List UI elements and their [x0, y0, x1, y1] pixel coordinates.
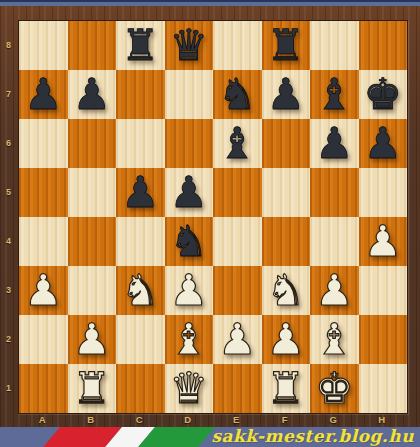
- black-knight: ♞: [218, 73, 257, 116]
- square-a6[interactable]: [19, 119, 68, 168]
- rank-label-8: 8: [0, 20, 17, 69]
- white-pawn: ♟: [315, 269, 354, 312]
- square-c3[interactable]: ♞: [116, 266, 165, 315]
- square-g5[interactable]: [310, 168, 359, 217]
- square-d1[interactable]: ♛: [165, 364, 214, 413]
- square-f1[interactable]: ♜: [262, 364, 311, 413]
- square-b6[interactable]: [68, 119, 117, 168]
- black-pawn: ♟: [315, 122, 354, 165]
- square-d8[interactable]: ♛: [165, 21, 214, 70]
- square-e8[interactable]: [213, 21, 262, 70]
- chess-board: ♜♛♜♟♟♞♟♝♚♝♟♟♟♟♞♟♟♞♟♞♟♟♝♟♟♝♜♛♜♚: [18, 20, 408, 414]
- site-watermark: sakk-mester.blog.hu: [211, 427, 414, 447]
- square-d5[interactable]: ♟: [165, 168, 214, 217]
- watermark-bar: sakk-mester.blog.hu: [0, 427, 420, 447]
- square-g2[interactable]: ♝: [310, 315, 359, 364]
- square-f3[interactable]: ♞: [262, 266, 311, 315]
- rank-label-2: 2: [0, 314, 17, 363]
- square-h4[interactable]: ♟: [359, 217, 408, 266]
- file-label-f: F: [261, 412, 310, 427]
- square-h7[interactable]: ♚: [359, 70, 408, 119]
- black-queen: ♛: [169, 24, 208, 67]
- square-a4[interactable]: [19, 217, 68, 266]
- white-bishop: ♝: [169, 318, 208, 361]
- square-h1[interactable]: [359, 364, 408, 413]
- square-a7[interactable]: ♟: [19, 70, 68, 119]
- square-h8[interactable]: [359, 21, 408, 70]
- square-c5[interactable]: ♟: [116, 168, 165, 217]
- rank-label-1: 1: [0, 363, 17, 412]
- white-bishop: ♝: [315, 318, 354, 361]
- rank-label-7: 7: [0, 69, 17, 118]
- square-f8[interactable]: ♜: [262, 21, 311, 70]
- rank-label-4: 4: [0, 216, 17, 265]
- square-d2[interactable]: ♝: [165, 315, 214, 364]
- square-b4[interactable]: [68, 217, 117, 266]
- file-label-b: B: [67, 412, 116, 427]
- screenshot-root: ♜♛♜♟♟♞♟♝♚♝♟♟♟♟♞♟♟♞♟♞♟♟♝♟♟♝♜♛♜♚ 87654321 …: [0, 0, 420, 447]
- white-rook: ♜: [266, 367, 305, 410]
- square-b3[interactable]: [68, 266, 117, 315]
- black-pawn: ♟: [363, 122, 402, 165]
- square-e2[interactable]: ♟: [213, 315, 262, 364]
- black-knight: ♞: [169, 220, 208, 263]
- black-bishop: ♝: [218, 122, 257, 165]
- square-b5[interactable]: [68, 168, 117, 217]
- black-rook: ♜: [266, 24, 305, 67]
- square-b7[interactable]: ♟: [68, 70, 117, 119]
- square-e4[interactable]: [213, 217, 262, 266]
- square-e7[interactable]: ♞: [213, 70, 262, 119]
- black-pawn: ♟: [121, 171, 160, 214]
- square-a2[interactable]: [19, 315, 68, 364]
- square-a8[interactable]: [19, 21, 68, 70]
- square-b8[interactable]: [68, 21, 117, 70]
- square-d3[interactable]: ♟: [165, 266, 214, 315]
- white-pawn: ♟: [363, 220, 402, 263]
- square-f7[interactable]: ♟: [262, 70, 311, 119]
- square-g8[interactable]: [310, 21, 359, 70]
- black-pawn: ♟: [24, 73, 63, 116]
- black-rook: ♜: [121, 24, 160, 67]
- square-g1[interactable]: ♚: [310, 364, 359, 413]
- square-b2[interactable]: ♟: [68, 315, 117, 364]
- square-h2[interactable]: [359, 315, 408, 364]
- square-c4[interactable]: [116, 217, 165, 266]
- square-a1[interactable]: [19, 364, 68, 413]
- square-f6[interactable]: [262, 119, 311, 168]
- square-c1[interactable]: [116, 364, 165, 413]
- square-e1[interactable]: [213, 364, 262, 413]
- square-e3[interactable]: [213, 266, 262, 315]
- square-c7[interactable]: [116, 70, 165, 119]
- square-d4[interactable]: ♞: [165, 217, 214, 266]
- file-label-e: E: [212, 412, 261, 427]
- white-rook: ♜: [72, 367, 111, 410]
- white-pawn: ♟: [24, 269, 63, 312]
- square-e6[interactable]: ♝: [213, 119, 262, 168]
- rank-label-5: 5: [0, 167, 17, 216]
- square-e5[interactable]: [213, 168, 262, 217]
- black-pawn: ♟: [72, 73, 111, 116]
- square-g6[interactable]: ♟: [310, 119, 359, 168]
- square-g3[interactable]: ♟: [310, 266, 359, 315]
- square-f4[interactable]: [262, 217, 311, 266]
- file-label-h: H: [358, 412, 407, 427]
- top-window-strip: [0, 0, 420, 6]
- square-c6[interactable]: [116, 119, 165, 168]
- file-label-d: D: [164, 412, 213, 427]
- square-f2[interactable]: ♟: [262, 315, 311, 364]
- black-king: ♚: [363, 73, 402, 116]
- black-pawn: ♟: [266, 73, 305, 116]
- square-c2[interactable]: [116, 315, 165, 364]
- white-pawn: ♟: [218, 318, 257, 361]
- rank-label-6: 6: [0, 118, 17, 167]
- white-pawn: ♟: [266, 318, 305, 361]
- white-queen: ♛: [169, 367, 208, 410]
- white-knight: ♞: [266, 269, 305, 312]
- hungarian-flag-icon: [43, 427, 215, 447]
- square-a5[interactable]: [19, 168, 68, 217]
- square-g7[interactable]: ♝: [310, 70, 359, 119]
- white-knight: ♞: [121, 269, 160, 312]
- file-label-g: G: [309, 412, 358, 427]
- rank-label-3: 3: [0, 265, 17, 314]
- square-h3[interactable]: [359, 266, 408, 315]
- black-pawn: ♟: [169, 171, 208, 214]
- white-pawn: ♟: [169, 269, 208, 312]
- square-h6[interactable]: ♟: [359, 119, 408, 168]
- black-bishop: ♝: [315, 73, 354, 116]
- square-f5[interactable]: [262, 168, 311, 217]
- file-label-a: A: [18, 412, 67, 427]
- square-g4[interactable]: [310, 217, 359, 266]
- square-b1[interactable]: ♜: [68, 364, 117, 413]
- square-c8[interactable]: ♜: [116, 21, 165, 70]
- file-label-c: C: [115, 412, 164, 427]
- white-king: ♚: [315, 367, 354, 410]
- white-pawn: ♟: [72, 318, 111, 361]
- square-a3[interactable]: ♟: [19, 266, 68, 315]
- square-d6[interactable]: [165, 119, 214, 168]
- square-h5[interactable]: [359, 168, 408, 217]
- square-d7[interactable]: [165, 70, 214, 119]
